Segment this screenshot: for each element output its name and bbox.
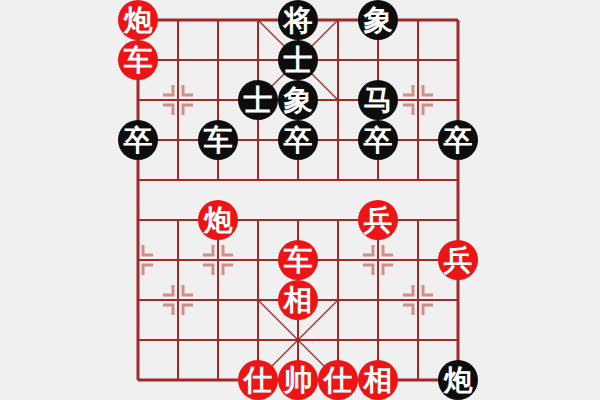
piece-black-elephant[interactable]: 象 (278, 80, 318, 120)
xiangqi-board-screen: 炮将象车士士象马卒车卒卒卒炮兵车兵相仕帅仕相炮 (0, 0, 600, 400)
piece-black-cannon[interactable]: 炮 (438, 360, 478, 400)
piece-black-general[interactable]: 将 (278, 0, 318, 40)
piece-red-advisor[interactable]: 仕 (318, 360, 358, 400)
piece-black-advisor[interactable]: 士 (278, 40, 318, 80)
piece-black-horse[interactable]: 马 (358, 80, 398, 120)
piece-red-advisor[interactable]: 仕 (238, 360, 278, 400)
piece-red-pawn[interactable]: 兵 (438, 240, 478, 280)
piece-black-pawn[interactable]: 卒 (118, 120, 158, 160)
piece-red-pawn[interactable]: 兵 (358, 200, 398, 240)
piece-black-pawn[interactable]: 卒 (278, 120, 318, 160)
piece-red-cannon[interactable]: 炮 (118, 0, 158, 40)
piece-red-chariot[interactable]: 车 (278, 240, 318, 280)
piece-black-elephant[interactable]: 象 (358, 0, 398, 40)
piece-black-advisor[interactable]: 士 (238, 80, 278, 120)
pieces-layer: 炮将象车士士象马卒车卒卒卒炮兵车兵相仕帅仕相炮 (118, 0, 478, 400)
piece-red-general[interactable]: 帅 (278, 360, 318, 400)
piece-black-pawn[interactable]: 卒 (358, 120, 398, 160)
piece-red-cannon[interactable]: 炮 (198, 200, 238, 240)
piece-red-elephant[interactable]: 相 (358, 360, 398, 400)
piece-black-pawn[interactable]: 卒 (438, 120, 478, 160)
piece-red-chariot[interactable]: 车 (118, 40, 158, 80)
piece-black-chariot[interactable]: 车 (198, 120, 238, 160)
piece-red-elephant[interactable]: 相 (278, 280, 318, 320)
